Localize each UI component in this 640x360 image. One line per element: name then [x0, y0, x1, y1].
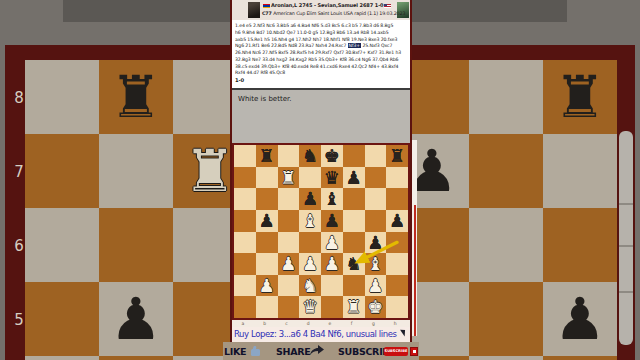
square-h1 — [386, 296, 408, 318]
square-h8: ♜ — [386, 145, 408, 167]
current-move-highlight: Nf3+ — [348, 43, 361, 48]
black-pawn-piece: ♟ — [367, 232, 383, 254]
bg-square-g4 — [469, 356, 543, 360]
square-h2 — [386, 275, 408, 297]
file-label-g: g — [363, 320, 385, 327]
game-panel: Aronian,L 2745 - Sevian,Samuel 2687 1-0 … — [230, 0, 412, 360]
square-e6: ♝ — [321, 188, 343, 210]
share-button[interactable]: SHARE — [276, 346, 310, 357]
square-a2 — [234, 275, 256, 297]
black-knight-piece: ♞ — [302, 145, 318, 167]
move-line: 1.e4 e5 2.Nf3 Nc6 3.Bb5 a6 4.Ba4 Nf6 5.d… — [235, 23, 407, 30]
scrollbar-divider — [619, 203, 633, 205]
square-b1 — [256, 296, 278, 318]
black-rook-piece: ♜ — [259, 145, 275, 167]
panel-edge-red-line — [414, 205, 416, 336]
white-queen-piece: ♛ — [302, 296, 318, 318]
white-king-piece: ♚ — [367, 296, 383, 318]
square-g5 — [365, 210, 387, 232]
black-rook-piece: ♜ — [389, 145, 405, 167]
result-text: 1-0 — [375, 2, 384, 8]
bg-square-g7 — [469, 134, 543, 208]
event-line: C77 American Cup Elim Saint Louis USA ra… — [262, 11, 380, 16]
file-label-b: b — [254, 320, 276, 327]
mouse-cursor-icon — [400, 328, 408, 337]
bg-square-a8 — [25, 60, 99, 134]
bg-square-h4 — [543, 356, 617, 360]
game-header: Aronian,L 2745 - Sevian,Samuel 2687 1-0 … — [232, 0, 410, 20]
evaluation-panel: White is better. — [232, 90, 410, 144]
black-pawn-piece: ♟ — [259, 210, 275, 232]
bg-square-h8: ♜ — [543, 60, 617, 134]
bg-square-b6 — [99, 208, 173, 282]
square-f6 — [343, 188, 365, 210]
white-knight-piece: ♞ — [302, 275, 318, 297]
square-b2: ♟ — [256, 275, 278, 297]
move-line-post: 25.Nxf3 Qxc7 — [361, 43, 392, 48]
square-a7 — [234, 167, 256, 189]
square-c4 — [278, 232, 300, 254]
square-a8 — [234, 145, 256, 167]
white-bishop-piece: ♝ — [367, 253, 383, 275]
square-e5: ♟ — [321, 210, 343, 232]
white-pawn-piece: ♟ — [259, 275, 275, 297]
black-pawn-piece: ♟ — [346, 167, 362, 189]
square-c3: ♟ — [278, 253, 300, 275]
players-text: Aronian,L 2745 - Sevian,Samuel 2687 — [271, 2, 373, 8]
chess-diagram: ♜♞♚♜♜♛♟♟♝♟♝♟♟♟♟♟♟♟♞♝♟♞♟♛♜♚ — [232, 143, 410, 320]
square-h3 — [386, 253, 408, 275]
square-d4 — [299, 232, 321, 254]
black-pawn-piece: ♟ — [389, 210, 405, 232]
scrollbar-divider — [619, 245, 633, 247]
white-pawn-piece: ♟ — [280, 253, 296, 275]
white-rook-piece: ♜ — [280, 167, 296, 189]
square-b4 — [256, 232, 278, 254]
square-b6 — [256, 188, 278, 210]
move-line: Rxf4 44.d7 Rf8 45.Qc8 — [235, 70, 407, 77]
move-line: axb5 15.Re1 h5 16.Nh4 g4 17.Nh2 Nh7 18.N… — [235, 37, 407, 44]
video-frame: ♜♜♜♟♟♟ 8 7 6 5 Aronian,L 2745 - Sevian,S… — [0, 0, 640, 360]
square-d8: ♞ — [299, 145, 321, 167]
black-rook-piece: ♜ — [99, 60, 173, 134]
square-h6 — [386, 188, 408, 210]
scrollbar-divider — [619, 291, 633, 293]
square-d5: ♝ — [299, 210, 321, 232]
square-c1 — [278, 296, 300, 318]
square-g6 — [365, 188, 387, 210]
square-d1: ♛ — [299, 296, 321, 318]
evaluation-text: White is better. — [238, 95, 291, 103]
square-e8: ♚ — [321, 145, 343, 167]
move-line: Ng6 21.Rf1 Be6 22.Bd5 Nd8 23.Ra7 Nxh4 24… — [235, 43, 407, 50]
square-e1 — [321, 296, 343, 318]
move-line-pre: Ng6 21.Rf1 Be6 22.Bd5 Nd8 23.Ra7 Nxh4 24… — [235, 43, 348, 48]
square-d2: ♞ — [299, 275, 321, 297]
white-player-photo — [248, 2, 260, 18]
black-pawn-piece: ♟ — [543, 282, 617, 356]
square-b5: ♟ — [256, 210, 278, 232]
file-label-a: a — [232, 320, 254, 327]
white-rook-piece: ♜ — [346, 296, 362, 318]
square-f4 — [343, 232, 365, 254]
square-b7 — [256, 167, 278, 189]
square-g7 — [365, 167, 387, 189]
white-pawn-piece: ♟ — [302, 253, 318, 275]
white-pawn-piece: ♟ — [324, 232, 340, 254]
black-queen-piece: ♛ — [324, 167, 340, 189]
square-g2: ♟ — [365, 275, 387, 297]
bg-square-a6 — [25, 208, 99, 282]
file-label-h: h — [384, 320, 406, 327]
square-d7 — [299, 167, 321, 189]
bg-rank-label-8: 8 — [11, 89, 27, 107]
square-e2 — [321, 275, 343, 297]
scrollbar[interactable] — [619, 131, 633, 345]
bg-square-b5: ♟ — [99, 282, 173, 356]
square-g8 — [365, 145, 387, 167]
bg-square-g6 — [469, 208, 543, 282]
armenia-flag-icon — [263, 4, 270, 8]
white-bishop-piece: ♝ — [302, 210, 318, 232]
square-b8: ♜ — [256, 145, 278, 167]
bg-square-b7 — [99, 134, 173, 208]
square-c2 — [278, 275, 300, 297]
move-line: 38.c5 exd4 39.Qb3+ Kf8 40.exd4 Re8 41.cx… — [235, 64, 407, 71]
bg-square-b4 — [99, 356, 173, 360]
bg-square-a4 — [25, 356, 99, 360]
white-pawn-piece: ♟ — [324, 253, 340, 275]
square-g1: ♚ — [365, 296, 387, 318]
file-label-c: c — [276, 320, 298, 327]
square-e7: ♛ — [321, 167, 343, 189]
move-line: 32.Bg3 Ne7 33.d4 hxg2 34.Kxg2 Rb5 35.Qb3… — [235, 57, 407, 64]
square-f3: ♞ — [343, 253, 365, 275]
square-g4: ♟ — [365, 232, 387, 254]
square-a3 — [234, 253, 256, 275]
square-b3 — [256, 253, 278, 275]
youtube-icon[interactable] — [410, 347, 418, 356]
square-f8 — [343, 145, 365, 167]
square-e4: ♟ — [321, 232, 343, 254]
eco-code: C77 — [262, 11, 272, 16]
share-arrow-icon[interactable] — [309, 345, 325, 356]
square-g3: ♝ — [365, 253, 387, 275]
file-label-f: f — [341, 320, 363, 327]
black-king-piece: ♚ — [324, 145, 340, 167]
usa-flag-icon — [384, 4, 391, 8]
black-pawn-piece: ♟ — [99, 282, 173, 356]
square-f5 — [343, 210, 365, 232]
square-f2 — [343, 275, 365, 297]
move-line: 26.Nh4 Nc6 27.Nf5 Bxf5 28.Rxf5 h4 29.Rxf… — [235, 50, 407, 57]
black-bishop-piece: ♝ — [324, 188, 340, 210]
square-c7: ♜ — [278, 167, 300, 189]
opening-caption: Ruy Lopez: 3...a6 4 Ba4 Nf6, unusual lin… — [234, 329, 397, 339]
square-d3: ♟ — [299, 253, 321, 275]
like-button[interactable]: LIKE — [224, 346, 246, 357]
black-rook-piece: ♜ — [543, 60, 617, 134]
bg-rank-label-7: 7 — [11, 163, 27, 181]
subscribe-button[interactable]: SUBSCRIBE — [384, 347, 408, 356]
square-h4 — [386, 232, 408, 254]
square-h7 — [386, 167, 408, 189]
black-knight-piece: ♞ — [346, 253, 362, 275]
caption-strip: Ruy Lopez: 3...a6 4 Ba4 Nf6, unusual lin… — [232, 327, 410, 342]
square-a6 — [234, 188, 256, 210]
event-text: American Cup Elim Saint Louis USA rapid … — [273, 11, 405, 16]
square-a1 — [234, 296, 256, 318]
file-label-d: d — [297, 320, 319, 327]
thumbs-up-icon[interactable] — [249, 346, 262, 356]
square-e3: ♟ — [321, 253, 343, 275]
bg-square-g8 — [469, 60, 543, 134]
square-c6 — [278, 188, 300, 210]
bg-square-a5 — [25, 282, 99, 356]
square-a5 — [234, 210, 256, 232]
move-line: h6 9.Bh4 Bd7 10.Nbd2 Qe7 11.0-0 g5 12.Bg… — [235, 30, 407, 37]
move-list: 1.e4 e5 2.Nf3 Nc6 3.Bb5 a6 4.Ba4 Nf6 5.d… — [232, 20, 410, 88]
bg-square-h5: ♟ — [543, 282, 617, 356]
black-pawn-piece: ♟ — [302, 188, 318, 210]
bg-square-h6 — [543, 208, 617, 282]
white-pawn-piece: ♟ — [367, 275, 383, 297]
file-label-e: e — [319, 320, 341, 327]
square-a4 — [234, 232, 256, 254]
square-f7: ♟ — [343, 167, 365, 189]
square-f1: ♜ — [343, 296, 365, 318]
bg-square-a7 — [25, 134, 99, 208]
square-c5 — [278, 210, 300, 232]
game-result: 1-0 — [235, 77, 407, 84]
bg-rank-label-6: 6 — [11, 237, 27, 255]
players-line: Aronian,L 2745 - Sevian,Samuel 2687 1-0 — [262, 2, 380, 8]
bg-rank-label-5: 5 — [11, 311, 27, 329]
file-labels: a b c d e f g h — [232, 320, 410, 327]
action-bar: LIKE SHARE SUBSCRIBE SUBSCRIBE — [223, 342, 419, 360]
bg-square-g5 — [469, 282, 543, 356]
square-c8 — [278, 145, 300, 167]
diagram-grid: ♜♞♚♜♜♛♟♟♝♟♝♟♟♟♟♟♟♟♞♝♟♞♟♛♜♚ — [234, 145, 408, 318]
bg-square-h7 — [543, 134, 617, 208]
square-d6: ♟ — [299, 188, 321, 210]
square-h5: ♟ — [386, 210, 408, 232]
bg-square-b8: ♜ — [99, 60, 173, 134]
black-pawn-piece: ♟ — [324, 210, 340, 232]
